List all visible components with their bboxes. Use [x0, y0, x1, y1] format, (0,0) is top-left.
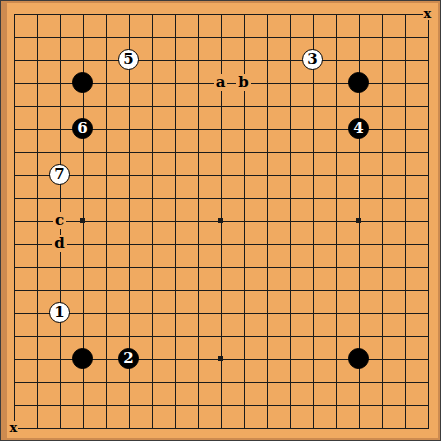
- intersection: [416, 25, 439, 48]
- intersection: [324, 278, 347, 301]
- intersection: [94, 278, 117, 301]
- move-7-white-stone: 7: [49, 164, 70, 185]
- intersection: [186, 2, 209, 25]
- intersection: [25, 393, 48, 416]
- intersection: [324, 232, 347, 255]
- intersection: [416, 94, 439, 117]
- intersection: b: [232, 71, 255, 94]
- intersection: [347, 2, 370, 25]
- intersection: [232, 140, 255, 163]
- intersection: [278, 48, 301, 71]
- intersection: [209, 416, 232, 439]
- intersection: [393, 301, 416, 324]
- intersection: [94, 347, 117, 370]
- intersection: [301, 186, 324, 209]
- move-1-white-stone: 1: [49, 302, 70, 323]
- intersection: [2, 140, 25, 163]
- intersection: [301, 140, 324, 163]
- intersection: [71, 2, 94, 25]
- move-2-black-stone: 2: [118, 348, 139, 369]
- intersection: [140, 25, 163, 48]
- intersection: [347, 416, 370, 439]
- intersection: [232, 2, 255, 25]
- intersection: [347, 163, 370, 186]
- intersection: [94, 25, 117, 48]
- intersection: [25, 370, 48, 393]
- intersection: [140, 370, 163, 393]
- intersection: [94, 209, 117, 232]
- intersection: [25, 209, 48, 232]
- intersection: [370, 278, 393, 301]
- intersection: [278, 301, 301, 324]
- intersection: [347, 278, 370, 301]
- intersection: [370, 301, 393, 324]
- intersection: [347, 48, 370, 71]
- intersection: [94, 140, 117, 163]
- intersection: [140, 2, 163, 25]
- intersection: [209, 347, 232, 370]
- intersection: [25, 255, 48, 278]
- intersection: [48, 186, 71, 209]
- intersection: [94, 186, 117, 209]
- intersection: [278, 94, 301, 117]
- point-label-a: a: [214, 74, 228, 91]
- intersection: [25, 416, 48, 439]
- intersection: [71, 209, 94, 232]
- intersection: [2, 324, 25, 347]
- intersection: [347, 71, 370, 94]
- intersection: [416, 370, 439, 393]
- intersection: [71, 140, 94, 163]
- intersection: [117, 370, 140, 393]
- intersection: [186, 232, 209, 255]
- intersection: [25, 25, 48, 48]
- move-4-black-stone: 4: [348, 118, 369, 139]
- intersection: [416, 186, 439, 209]
- intersection: [393, 140, 416, 163]
- intersection: [232, 255, 255, 278]
- intersection: [370, 117, 393, 140]
- intersection: [232, 301, 255, 324]
- intersection: [117, 301, 140, 324]
- intersection: [232, 347, 255, 370]
- intersection: [94, 2, 117, 25]
- intersection: [278, 25, 301, 48]
- board-intersections: x53ab647cd12x: [2, 2, 439, 439]
- point-label-c: c: [53, 212, 66, 229]
- intersection: [393, 416, 416, 439]
- intersection: [25, 347, 48, 370]
- intersection: [71, 393, 94, 416]
- intersection: 5: [117, 48, 140, 71]
- intersection: [209, 232, 232, 255]
- intersection: [370, 370, 393, 393]
- intersection: [48, 255, 71, 278]
- intersection: [186, 416, 209, 439]
- intersection: [140, 117, 163, 140]
- intersection: [209, 370, 232, 393]
- intersection: [25, 48, 48, 71]
- intersection: [2, 186, 25, 209]
- intersection: [71, 324, 94, 347]
- intersection: [393, 186, 416, 209]
- intersection: [301, 324, 324, 347]
- intersection: x: [416, 2, 439, 25]
- intersection: [2, 94, 25, 117]
- intersection: [301, 25, 324, 48]
- intersection: [347, 140, 370, 163]
- intersection: [393, 255, 416, 278]
- intersection: [232, 25, 255, 48]
- intersection: [117, 209, 140, 232]
- intersection: [140, 255, 163, 278]
- intersection: [94, 163, 117, 186]
- intersection: [71, 370, 94, 393]
- intersection: [186, 255, 209, 278]
- intersection: [416, 301, 439, 324]
- intersection: [163, 117, 186, 140]
- intersection: [163, 232, 186, 255]
- black-stone: [348, 72, 369, 93]
- intersection: [232, 370, 255, 393]
- intersection: [209, 140, 232, 163]
- intersection: [209, 324, 232, 347]
- intersection: [48, 48, 71, 71]
- intersection: [163, 71, 186, 94]
- intersection: a: [209, 71, 232, 94]
- intersection: [301, 278, 324, 301]
- intersection: [117, 71, 140, 94]
- intersection: [347, 209, 370, 232]
- intersection: [25, 186, 48, 209]
- intersection: [416, 140, 439, 163]
- intersection: [416, 416, 439, 439]
- intersection: [117, 163, 140, 186]
- intersection: [416, 232, 439, 255]
- intersection: [186, 163, 209, 186]
- intersection: [163, 48, 186, 71]
- move-6-black-stone: 6: [72, 118, 93, 139]
- intersection: [232, 278, 255, 301]
- intersection: [255, 370, 278, 393]
- intersection: [25, 301, 48, 324]
- intersection: [324, 324, 347, 347]
- intersection: [25, 324, 48, 347]
- intersection: [2, 71, 25, 94]
- intersection: [140, 324, 163, 347]
- intersection: [140, 393, 163, 416]
- intersection: [209, 48, 232, 71]
- intersection: [416, 278, 439, 301]
- intersection: [347, 94, 370, 117]
- intersection: [163, 278, 186, 301]
- intersection: [71, 416, 94, 439]
- intersection: [370, 48, 393, 71]
- intersection: [347, 301, 370, 324]
- intersection: [140, 48, 163, 71]
- intersection: [255, 416, 278, 439]
- intersection: [370, 186, 393, 209]
- intersection: [140, 186, 163, 209]
- intersection: [71, 232, 94, 255]
- intersection: [255, 117, 278, 140]
- intersection: [347, 370, 370, 393]
- intersection: [278, 393, 301, 416]
- intersection: [255, 255, 278, 278]
- intersection: [347, 186, 370, 209]
- intersection: [140, 347, 163, 370]
- intersection: [48, 71, 71, 94]
- intersection: [370, 94, 393, 117]
- intersection: [163, 393, 186, 416]
- intersection: [255, 163, 278, 186]
- intersection: [2, 163, 25, 186]
- intersection: [232, 324, 255, 347]
- intersection: [324, 370, 347, 393]
- intersection: [186, 393, 209, 416]
- intersection: [209, 163, 232, 186]
- intersection: [186, 301, 209, 324]
- intersection: [347, 347, 370, 370]
- intersection: [278, 416, 301, 439]
- intersection: [301, 94, 324, 117]
- intersection: [278, 255, 301, 278]
- intersection: [301, 393, 324, 416]
- intersection: [94, 48, 117, 71]
- intersection: [71, 25, 94, 48]
- intersection: [94, 232, 117, 255]
- intersection: [25, 71, 48, 94]
- intersection: [255, 232, 278, 255]
- black-stone: [72, 348, 93, 369]
- intersection: [25, 140, 48, 163]
- intersection: [71, 301, 94, 324]
- intersection: [2, 278, 25, 301]
- intersection: [255, 25, 278, 48]
- intersection: [232, 186, 255, 209]
- intersection: [163, 209, 186, 232]
- intersection: [416, 48, 439, 71]
- star-point-marker: [218, 356, 223, 361]
- intersection: [416, 255, 439, 278]
- intersection: [301, 347, 324, 370]
- intersection: [186, 347, 209, 370]
- intersection: [71, 347, 94, 370]
- intersection: [140, 301, 163, 324]
- intersection: [278, 163, 301, 186]
- intersection: [370, 209, 393, 232]
- intersection: [416, 393, 439, 416]
- intersection: [301, 416, 324, 439]
- intersection: [48, 25, 71, 48]
- intersection: [209, 186, 232, 209]
- intersection: [393, 370, 416, 393]
- intersection: [71, 255, 94, 278]
- intersection: [163, 324, 186, 347]
- black-stone: [72, 72, 93, 93]
- intersection: x: [2, 416, 25, 439]
- intersection: [370, 255, 393, 278]
- intersection: [324, 71, 347, 94]
- intersection: [232, 117, 255, 140]
- intersection: [209, 278, 232, 301]
- intersection: c: [48, 209, 71, 232]
- intersection: [71, 278, 94, 301]
- intersection: [163, 301, 186, 324]
- intersection: 6: [71, 117, 94, 140]
- intersection: [324, 255, 347, 278]
- intersection: [370, 25, 393, 48]
- intersection: [278, 117, 301, 140]
- intersection: 2: [117, 347, 140, 370]
- intersection: [117, 140, 140, 163]
- intersection: [278, 370, 301, 393]
- intersection: [255, 347, 278, 370]
- intersection: [48, 416, 71, 439]
- intersection: [2, 347, 25, 370]
- intersection: [25, 94, 48, 117]
- intersection: [324, 416, 347, 439]
- intersection: [94, 117, 117, 140]
- intersection: [71, 186, 94, 209]
- intersection: [140, 209, 163, 232]
- intersection: [255, 278, 278, 301]
- intersection: d: [48, 232, 71, 255]
- intersection: [324, 393, 347, 416]
- intersection: [393, 117, 416, 140]
- intersection: [186, 370, 209, 393]
- corner-x-mark: x: [9, 421, 19, 434]
- intersection: [163, 370, 186, 393]
- intersection: [94, 393, 117, 416]
- intersection: [278, 232, 301, 255]
- intersection: [25, 163, 48, 186]
- intersection: [140, 278, 163, 301]
- intersection: [255, 186, 278, 209]
- point-label-b: b: [236, 74, 251, 91]
- intersection: [324, 48, 347, 71]
- intersection: [186, 117, 209, 140]
- intersection: [209, 117, 232, 140]
- intersection: [416, 117, 439, 140]
- intersection: [94, 301, 117, 324]
- intersection: [370, 71, 393, 94]
- intersection: [301, 209, 324, 232]
- intersection: [2, 117, 25, 140]
- intersection: [163, 186, 186, 209]
- intersection: [416, 163, 439, 186]
- intersection: [301, 71, 324, 94]
- intersection: [186, 71, 209, 94]
- intersection: [370, 232, 393, 255]
- intersection: [324, 209, 347, 232]
- intersection: [278, 186, 301, 209]
- intersection: [393, 71, 416, 94]
- intersection: [301, 301, 324, 324]
- intersection: [278, 347, 301, 370]
- intersection: [140, 140, 163, 163]
- intersection: [278, 140, 301, 163]
- intersection: [186, 278, 209, 301]
- intersection: [48, 393, 71, 416]
- point-label-d: d: [52, 235, 67, 252]
- intersection: [48, 140, 71, 163]
- intersection: [370, 393, 393, 416]
- intersection: [2, 301, 25, 324]
- intersection: [393, 232, 416, 255]
- intersection: [301, 2, 324, 25]
- corner-x-mark: x: [423, 7, 433, 20]
- intersection: [71, 94, 94, 117]
- intersection: [278, 209, 301, 232]
- intersection: [117, 324, 140, 347]
- intersection: [232, 416, 255, 439]
- intersection: [301, 163, 324, 186]
- intersection: [393, 48, 416, 71]
- intersection: [347, 232, 370, 255]
- intersection: [163, 347, 186, 370]
- intersection: [48, 347, 71, 370]
- intersection: [94, 255, 117, 278]
- intersection: [393, 347, 416, 370]
- intersection: [186, 48, 209, 71]
- intersection: [209, 393, 232, 416]
- intersection: [416, 71, 439, 94]
- intersection: [301, 255, 324, 278]
- intersection: [209, 301, 232, 324]
- intersection: [255, 71, 278, 94]
- intersection: [324, 2, 347, 25]
- intersection: [94, 370, 117, 393]
- intersection: [2, 393, 25, 416]
- intersection: [163, 416, 186, 439]
- intersection: 1: [48, 301, 71, 324]
- intersection: [71, 163, 94, 186]
- intersection: [370, 416, 393, 439]
- intersection: [232, 94, 255, 117]
- intersection: [255, 2, 278, 25]
- intersection: [324, 25, 347, 48]
- intersection: [94, 71, 117, 94]
- intersection: [370, 2, 393, 25]
- intersection: [278, 278, 301, 301]
- intersection: [324, 347, 347, 370]
- intersection: [186, 209, 209, 232]
- intersection: [393, 209, 416, 232]
- intersection: [347, 393, 370, 416]
- star-point-marker: [356, 218, 361, 223]
- intersection: [255, 301, 278, 324]
- intersection: [209, 94, 232, 117]
- intersection: [186, 94, 209, 117]
- intersection: [393, 25, 416, 48]
- intersection: [163, 25, 186, 48]
- intersection: [370, 347, 393, 370]
- intersection: [255, 94, 278, 117]
- intersection: [370, 140, 393, 163]
- intersection: [393, 2, 416, 25]
- intersection: [232, 393, 255, 416]
- intersection: [48, 324, 71, 347]
- intersection: [186, 140, 209, 163]
- intersection: [301, 232, 324, 255]
- intersection: [94, 94, 117, 117]
- intersection: [255, 324, 278, 347]
- intersection: [255, 140, 278, 163]
- intersection: [25, 117, 48, 140]
- intersection: [255, 393, 278, 416]
- intersection: [117, 278, 140, 301]
